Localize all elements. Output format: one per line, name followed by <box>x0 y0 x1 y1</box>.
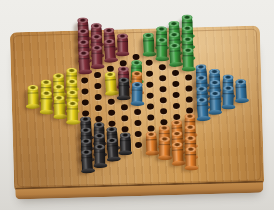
peg-maroon[interactable] <box>116 35 128 55</box>
peg-orange[interactable] <box>185 148 196 168</box>
hole[interactable] <box>160 108 167 114</box>
hole[interactable] <box>134 142 141 148</box>
peg-yellow[interactable] <box>67 102 78 122</box>
hole[interactable] <box>95 115 102 121</box>
hole[interactable] <box>93 72 100 78</box>
peg-orange[interactable] <box>159 138 170 158</box>
peg-black[interactable] <box>106 139 118 160</box>
hole[interactable] <box>159 86 166 92</box>
hole[interactable] <box>185 96 192 102</box>
peg-maroon[interactable] <box>103 40 115 61</box>
hole[interactable] <box>94 83 101 89</box>
hole[interactable] <box>134 131 141 137</box>
hole[interactable] <box>81 77 88 83</box>
peg-black[interactable] <box>94 146 105 166</box>
hole[interactable] <box>145 59 152 65</box>
hole[interactable] <box>173 113 180 119</box>
peg-green[interactable] <box>182 49 193 69</box>
hole[interactable] <box>81 88 88 94</box>
hole[interactable] <box>120 104 127 110</box>
peg-yellow[interactable] <box>104 73 116 94</box>
hole[interactable] <box>146 81 153 87</box>
peg-orange[interactable] <box>145 133 157 153</box>
peg-blue[interactable] <box>196 98 208 119</box>
peg-yellow[interactable] <box>40 92 51 112</box>
hole[interactable] <box>158 64 165 70</box>
peg-black[interactable] <box>119 134 131 154</box>
peg-maroon[interactable] <box>91 47 102 67</box>
hole[interactable] <box>147 125 154 131</box>
hole[interactable] <box>107 99 114 105</box>
hole[interactable] <box>147 114 154 120</box>
peg-green[interactable] <box>142 34 154 54</box>
photo-backdrop <box>0 0 274 210</box>
hole[interactable] <box>172 102 179 108</box>
hole[interactable] <box>134 120 141 126</box>
hole[interactable] <box>108 110 115 116</box>
hole[interactable] <box>94 93 101 99</box>
hole[interactable] <box>159 75 166 81</box>
peg-blue[interactable] <box>209 93 221 113</box>
peg-yellow[interactable] <box>27 87 39 107</box>
hole[interactable] <box>159 97 166 103</box>
hole[interactable] <box>146 92 153 98</box>
peg-green[interactable] <box>168 44 180 65</box>
peg-maroon[interactable] <box>78 52 90 73</box>
hole[interactable] <box>81 99 88 105</box>
hole[interactable] <box>185 74 192 80</box>
board-grid <box>10 26 264 191</box>
peg-green[interactable] <box>156 39 167 59</box>
peg-blue[interactable] <box>131 84 142 104</box>
hole[interactable] <box>171 69 178 75</box>
hole[interactable] <box>145 70 152 76</box>
hole[interactable] <box>185 85 192 91</box>
hole[interactable] <box>146 103 153 109</box>
peg-blue[interactable] <box>235 81 247 101</box>
hole[interactable] <box>172 91 179 97</box>
hole[interactable] <box>172 80 179 86</box>
peg-yellow[interactable] <box>53 97 65 117</box>
hole[interactable] <box>94 104 101 110</box>
peg-blue[interactable] <box>222 87 233 107</box>
peg-orange[interactable] <box>171 143 183 164</box>
hole[interactable] <box>121 115 128 121</box>
peg-black[interactable] <box>118 79 130 99</box>
hole[interactable] <box>134 109 141 115</box>
chinese-checkers-board <box>10 26 264 191</box>
peg-black[interactable] <box>80 151 92 172</box>
